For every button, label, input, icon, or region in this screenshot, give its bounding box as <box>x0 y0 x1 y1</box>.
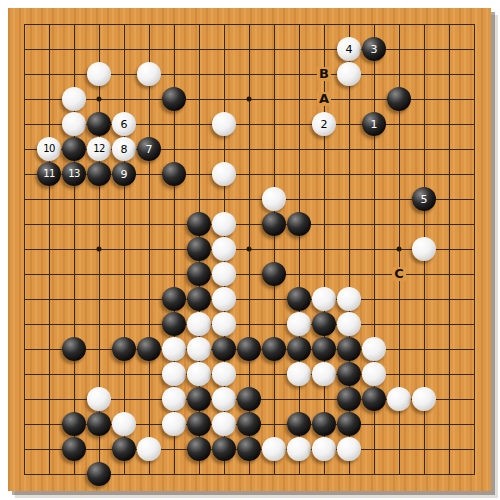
board-cell[interactable] <box>212 237 237 262</box>
board-cell[interactable] <box>412 162 437 187</box>
board-cell[interactable] <box>187 237 212 262</box>
board-cell[interactable] <box>387 37 412 62</box>
board-cell[interactable] <box>12 362 37 387</box>
board-cell[interactable] <box>137 112 162 137</box>
board-cell[interactable] <box>137 37 162 62</box>
board-cell[interactable] <box>437 37 462 62</box>
board-cell[interactable] <box>187 437 212 462</box>
board-cell[interactable] <box>12 212 37 237</box>
board-cell[interactable]: 4 <box>337 37 362 62</box>
board-cell[interactable] <box>362 162 387 187</box>
board-cell[interactable] <box>112 37 137 62</box>
board-cell[interactable] <box>162 162 187 187</box>
board-cell[interactable] <box>262 462 287 487</box>
board-cell[interactable] <box>387 187 412 212</box>
board-cell[interactable] <box>212 137 237 162</box>
board-cell[interactable] <box>287 37 312 62</box>
board-cell[interactable] <box>37 362 62 387</box>
board-cell[interactable] <box>187 37 212 62</box>
board-cell[interactable] <box>162 437 187 462</box>
board-cell[interactable] <box>12 262 37 287</box>
board-cell[interactable] <box>387 412 412 437</box>
board-cell[interactable] <box>262 262 287 287</box>
board-cell[interactable] <box>437 437 462 462</box>
board-cell[interactable] <box>312 12 337 37</box>
board-cell[interactable] <box>62 212 87 237</box>
board-cell[interactable] <box>387 212 412 237</box>
board-cell[interactable] <box>462 312 487 337</box>
board-cell[interactable] <box>62 362 87 387</box>
board-cell[interactable] <box>362 387 387 412</box>
board-cell[interactable] <box>387 112 412 137</box>
board-cell[interactable] <box>287 87 312 112</box>
board-cell[interactable] <box>312 237 337 262</box>
board-cell[interactable] <box>262 162 287 187</box>
board-cell[interactable] <box>337 87 362 112</box>
board-cell[interactable] <box>37 462 62 487</box>
board-cell[interactable] <box>387 162 412 187</box>
board-cell[interactable]: 12 <box>87 137 112 162</box>
board-cell[interactable] <box>462 262 487 287</box>
board-cell[interactable] <box>437 387 462 412</box>
board-cell[interactable] <box>437 62 462 87</box>
board-cell[interactable] <box>87 87 112 112</box>
board-cell[interactable] <box>412 212 437 237</box>
board-cell[interactable]: 7 <box>137 137 162 162</box>
board-cell[interactable] <box>87 462 112 487</box>
board-cell[interactable] <box>12 137 37 162</box>
board-cell[interactable] <box>437 287 462 312</box>
board-cell[interactable] <box>237 62 262 87</box>
board-cell[interactable]: 6 <box>112 112 137 137</box>
board-cell[interactable] <box>12 412 37 437</box>
board-cell[interactable]: 9 <box>112 162 137 187</box>
board-cell[interactable] <box>62 187 87 212</box>
board-cell[interactable] <box>112 87 137 112</box>
board-cell[interactable] <box>212 62 237 87</box>
board-cell[interactable] <box>262 362 287 387</box>
board-cell[interactable] <box>187 12 212 37</box>
board-cell[interactable] <box>437 137 462 162</box>
board-cell[interactable] <box>362 87 387 112</box>
board-cell[interactable] <box>162 337 187 362</box>
board-cell[interactable] <box>87 262 112 287</box>
board-cell[interactable] <box>187 87 212 112</box>
board-cell[interactable] <box>262 337 287 362</box>
board-cell[interactable] <box>187 362 212 387</box>
board-cell[interactable] <box>412 462 437 487</box>
board-cell[interactable] <box>187 62 212 87</box>
board-cell[interactable] <box>37 62 62 87</box>
board-cell[interactable] <box>312 137 337 162</box>
board-cell[interactable] <box>437 262 462 287</box>
board-cell[interactable] <box>187 337 212 362</box>
board-cell[interactable] <box>12 237 37 262</box>
board-cell[interactable] <box>412 362 437 387</box>
board-cell[interactable] <box>412 87 437 112</box>
board-cell[interactable] <box>387 62 412 87</box>
board-cell[interactable] <box>62 387 87 412</box>
board-cell[interactable] <box>212 462 237 487</box>
board-cell[interactable] <box>12 112 37 137</box>
board-cell[interactable] <box>87 362 112 387</box>
board-cell[interactable] <box>62 287 87 312</box>
board-cell[interactable] <box>212 212 237 237</box>
board-cell[interactable] <box>212 112 237 137</box>
board-cell[interactable] <box>312 362 337 387</box>
board-cell[interactable]: 5 <box>412 187 437 212</box>
board-cell[interactable] <box>362 212 387 237</box>
board-cell[interactable] <box>237 312 262 337</box>
board-cell[interactable] <box>12 87 37 112</box>
board-cell[interactable] <box>162 387 187 412</box>
board-cell[interactable] <box>287 462 312 487</box>
board-cell[interactable] <box>387 287 412 312</box>
board-cell[interactable] <box>12 187 37 212</box>
board-cell[interactable]: 10 <box>37 137 62 162</box>
board-cell[interactable] <box>362 137 387 162</box>
board-cell[interactable] <box>62 337 87 362</box>
board-cell[interactable] <box>87 237 112 262</box>
board-cell[interactable] <box>237 287 262 312</box>
board-cell[interactable] <box>212 362 237 387</box>
board-cell[interactable] <box>387 312 412 337</box>
board-cell[interactable] <box>212 162 237 187</box>
board-cell[interactable] <box>387 437 412 462</box>
board-cell[interactable] <box>312 312 337 337</box>
board-cell[interactable] <box>462 287 487 312</box>
board-cell[interactable] <box>162 262 187 287</box>
board-cell[interactable] <box>162 12 187 37</box>
board-cell[interactable] <box>387 462 412 487</box>
board-cell[interactable] <box>387 337 412 362</box>
board-cell[interactable] <box>362 312 387 337</box>
board-cell[interactable] <box>387 387 412 412</box>
board-cell[interactable] <box>212 337 237 362</box>
board-cell[interactable] <box>137 387 162 412</box>
board-cell[interactable] <box>212 287 237 312</box>
board-cell[interactable] <box>12 287 37 312</box>
board-cell[interactable] <box>237 87 262 112</box>
board-cell[interactable] <box>62 437 87 462</box>
board-cell[interactable] <box>112 337 137 362</box>
board-cell[interactable] <box>412 37 437 62</box>
board-cell[interactable] <box>62 137 87 162</box>
board-cell[interactable] <box>287 162 312 187</box>
board-cell[interactable] <box>287 187 312 212</box>
board-cell[interactable] <box>137 462 162 487</box>
board-cell[interactable] <box>37 387 62 412</box>
board-cell[interactable] <box>412 337 437 362</box>
board-cell[interactable]: C <box>387 262 412 287</box>
board-cell[interactable] <box>62 262 87 287</box>
board-cell[interactable] <box>162 287 187 312</box>
board-cell[interactable] <box>337 212 362 237</box>
board-cell[interactable] <box>137 12 162 37</box>
board-cell[interactable] <box>137 187 162 212</box>
board-cell[interactable] <box>137 237 162 262</box>
board-cell[interactable] <box>462 412 487 437</box>
board-cell[interactable] <box>187 112 212 137</box>
board-cell[interactable] <box>337 137 362 162</box>
board-cell[interactable] <box>437 462 462 487</box>
board-cell[interactable] <box>287 237 312 262</box>
board-cell[interactable] <box>37 337 62 362</box>
board-cell[interactable] <box>437 312 462 337</box>
board-cell[interactable] <box>87 412 112 437</box>
board-cell[interactable] <box>362 12 387 37</box>
board-cell[interactable] <box>87 212 112 237</box>
board-cell[interactable] <box>237 137 262 162</box>
board-cell[interactable] <box>262 62 287 87</box>
board-cell[interactable] <box>137 62 162 87</box>
board-cell[interactable] <box>12 437 37 462</box>
board-cell[interactable] <box>187 137 212 162</box>
board-cell[interactable] <box>37 212 62 237</box>
board-cell[interactable] <box>462 387 487 412</box>
board-cell[interactable] <box>312 462 337 487</box>
board-cell[interactable] <box>262 312 287 337</box>
board-cell[interactable] <box>87 162 112 187</box>
board-cell[interactable]: 3 <box>362 37 387 62</box>
board-cell[interactable] <box>237 37 262 62</box>
board-cell[interactable] <box>362 337 387 362</box>
board-cell[interactable] <box>62 462 87 487</box>
board-cell[interactable] <box>412 387 437 412</box>
board-cell[interactable] <box>312 287 337 312</box>
board-cell[interactable] <box>287 337 312 362</box>
board-cell[interactable] <box>37 312 62 337</box>
board-cell[interactable] <box>87 12 112 37</box>
board-cell[interactable]: 1 <box>362 112 387 137</box>
board-cell[interactable] <box>437 362 462 387</box>
board-cell[interactable] <box>112 187 137 212</box>
board-cell[interactable] <box>262 137 287 162</box>
board-cell[interactable] <box>112 12 137 37</box>
board-cell[interactable] <box>212 412 237 437</box>
board-cell[interactable] <box>212 387 237 412</box>
board-cell[interactable] <box>237 387 262 412</box>
board-cell[interactable] <box>287 62 312 87</box>
board-cell[interactable] <box>62 87 87 112</box>
board-cell[interactable] <box>337 387 362 412</box>
board-cell[interactable] <box>362 62 387 87</box>
board-cell[interactable] <box>412 312 437 337</box>
board-cell[interactable] <box>87 337 112 362</box>
board-cell[interactable] <box>112 312 137 337</box>
board-cell[interactable] <box>337 362 362 387</box>
board-cell[interactable]: 13 <box>62 162 87 187</box>
board-cell[interactable] <box>237 462 262 487</box>
board-cell[interactable] <box>112 262 137 287</box>
board-cell[interactable] <box>437 162 462 187</box>
board-cell[interactable] <box>162 112 187 137</box>
board-cell[interactable] <box>462 237 487 262</box>
board-cell[interactable] <box>337 462 362 487</box>
board-cell[interactable] <box>212 12 237 37</box>
board-cell[interactable] <box>262 387 287 412</box>
board-cell[interactable] <box>287 412 312 437</box>
board-cell[interactable] <box>287 212 312 237</box>
board-cell[interactable] <box>437 337 462 362</box>
board-cell[interactable] <box>12 37 37 62</box>
board-cell[interactable] <box>237 112 262 137</box>
board-cell[interactable] <box>362 412 387 437</box>
board-cell[interactable] <box>87 312 112 337</box>
board-cell[interactable] <box>437 237 462 262</box>
board-cell[interactable] <box>12 337 37 362</box>
board-cell[interactable]: B <box>312 62 337 87</box>
board-cell[interactable] <box>112 362 137 387</box>
board-cell[interactable] <box>462 137 487 162</box>
board-cell[interactable] <box>237 412 262 437</box>
board-cell[interactable] <box>362 187 387 212</box>
board-cell[interactable] <box>462 37 487 62</box>
board-cell[interactable] <box>212 437 237 462</box>
board-cell[interactable] <box>62 37 87 62</box>
board-cell[interactable] <box>387 237 412 262</box>
board-cell[interactable] <box>162 412 187 437</box>
board-cell[interactable] <box>437 187 462 212</box>
board-cell[interactable] <box>262 112 287 137</box>
board-cell[interactable] <box>362 262 387 287</box>
board-cell[interactable] <box>187 387 212 412</box>
board-cell[interactable] <box>187 462 212 487</box>
board-cell[interactable] <box>312 212 337 237</box>
board-cell[interactable] <box>412 237 437 262</box>
board-cell[interactable] <box>112 387 137 412</box>
board-cell[interactable] <box>237 212 262 237</box>
board-cell[interactable] <box>312 37 337 62</box>
board-cell[interactable] <box>362 362 387 387</box>
board-cell[interactable] <box>287 437 312 462</box>
board-cell[interactable] <box>112 462 137 487</box>
board-cell[interactable] <box>412 112 437 137</box>
board-cell[interactable] <box>37 437 62 462</box>
board-cell[interactable] <box>462 162 487 187</box>
board-cell[interactable] <box>87 187 112 212</box>
board-cell[interactable] <box>162 87 187 112</box>
board-cell[interactable] <box>137 212 162 237</box>
board-cell[interactable] <box>262 87 287 112</box>
board-cell[interactable] <box>437 412 462 437</box>
board-cell[interactable] <box>262 287 287 312</box>
board-cell[interactable] <box>137 162 162 187</box>
board-cell[interactable] <box>237 187 262 212</box>
board-cell[interactable] <box>312 412 337 437</box>
board-cell[interactable] <box>187 262 212 287</box>
board-cell[interactable] <box>262 212 287 237</box>
board-cell[interactable] <box>137 87 162 112</box>
board-cell[interactable] <box>337 12 362 37</box>
board-cell[interactable] <box>412 12 437 37</box>
board-cell[interactable] <box>137 287 162 312</box>
board-cell[interactable] <box>62 412 87 437</box>
board-cell[interactable] <box>87 287 112 312</box>
board-cell[interactable] <box>62 62 87 87</box>
board-cell[interactable] <box>337 287 362 312</box>
board-cell[interactable] <box>112 287 137 312</box>
board-cell[interactable] <box>337 437 362 462</box>
board-cell[interactable] <box>362 462 387 487</box>
board-cell[interactable] <box>162 37 187 62</box>
board-cell[interactable] <box>462 462 487 487</box>
board-cell[interactable] <box>137 437 162 462</box>
board-cell[interactable] <box>337 312 362 337</box>
board-cell[interactable] <box>437 212 462 237</box>
board-cell[interactable] <box>287 137 312 162</box>
board-cell[interactable] <box>237 237 262 262</box>
board-cell[interactable] <box>87 37 112 62</box>
board-cell[interactable] <box>37 237 62 262</box>
board-cell[interactable] <box>162 187 187 212</box>
board-cell[interactable] <box>12 12 37 37</box>
board-cell[interactable] <box>462 362 487 387</box>
board-cell[interactable] <box>462 87 487 112</box>
board-cell[interactable] <box>287 312 312 337</box>
board-cell[interactable] <box>412 62 437 87</box>
board-cell[interactable] <box>12 462 37 487</box>
board-cell[interactable] <box>462 212 487 237</box>
board-cell[interactable] <box>12 62 37 87</box>
board-cell[interactable] <box>162 362 187 387</box>
board-cell[interactable] <box>112 62 137 87</box>
board-cell[interactable] <box>312 187 337 212</box>
board-cell[interactable] <box>162 212 187 237</box>
board-cell[interactable] <box>437 87 462 112</box>
board-cell[interactable] <box>462 187 487 212</box>
board-cell[interactable] <box>387 87 412 112</box>
board-cell[interactable] <box>462 437 487 462</box>
board-cell[interactable] <box>237 337 262 362</box>
board-cell[interactable] <box>137 312 162 337</box>
board-cell[interactable] <box>137 412 162 437</box>
board-cell[interactable] <box>412 287 437 312</box>
board-cell[interactable] <box>362 437 387 462</box>
board-cell[interactable] <box>412 262 437 287</box>
board-cell[interactable] <box>12 387 37 412</box>
board-cell[interactable] <box>187 162 212 187</box>
board-cell[interactable] <box>337 412 362 437</box>
board-cell[interactable] <box>387 12 412 37</box>
board-cell[interactable] <box>137 337 162 362</box>
board-cell[interactable] <box>37 87 62 112</box>
board-cell[interactable] <box>212 87 237 112</box>
board-cell[interactable] <box>87 112 112 137</box>
board-cell[interactable]: 11 <box>37 162 62 187</box>
board-cell[interactable] <box>262 12 287 37</box>
board-cell[interactable] <box>237 262 262 287</box>
board-cell[interactable] <box>12 312 37 337</box>
board-cell[interactable] <box>287 387 312 412</box>
board-cell[interactable] <box>287 112 312 137</box>
board-cell[interactable] <box>137 262 162 287</box>
board-cell[interactable] <box>237 362 262 387</box>
board-cell[interactable] <box>37 262 62 287</box>
board-cell[interactable] <box>412 412 437 437</box>
board-cell[interactable] <box>212 312 237 337</box>
board-cell[interactable] <box>462 112 487 137</box>
board-cell[interactable] <box>337 187 362 212</box>
board-cell[interactable] <box>412 437 437 462</box>
board-cell[interactable] <box>62 12 87 37</box>
board-cell[interactable] <box>112 412 137 437</box>
board-cell[interactable] <box>412 137 437 162</box>
board-cell[interactable] <box>37 187 62 212</box>
board-cell[interactable] <box>187 187 212 212</box>
board-cell[interactable] <box>337 262 362 287</box>
board-cell[interactable] <box>337 62 362 87</box>
